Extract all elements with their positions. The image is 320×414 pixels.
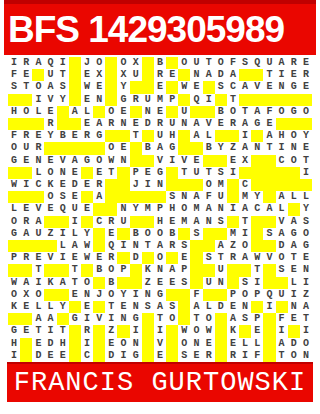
grid-cell-blank (44, 240, 56, 252)
grid-cell-blank (57, 264, 69, 276)
grid-cell-letter: J (93, 289, 105, 301)
grid-cell-letter: E (300, 57, 312, 69)
grid-cell-letter: Q (105, 240, 117, 252)
grid-cell-blank (190, 264, 202, 276)
grid-cell-blank (8, 167, 20, 179)
grid-cell-letter: E (288, 313, 300, 325)
grid-cell-letter: W (178, 325, 190, 337)
grid-cell-blank (142, 325, 154, 337)
grid-cell-letter: I (288, 289, 300, 301)
grid-cell-letter: U (203, 277, 215, 289)
grid-cell-blank (130, 277, 142, 289)
grid-cell-letter: A (239, 118, 251, 130)
grid-cell-letter: W (81, 81, 93, 93)
grid-cell-letter: O (44, 191, 56, 203)
grid-cell-letter: E (142, 167, 154, 179)
grid-cell-letter: T (130, 130, 142, 142)
grid-cell-letter: E (300, 142, 312, 154)
grid-cell-letter: N (251, 142, 263, 154)
grid-cell-letter: A (276, 228, 288, 240)
grid-cell-letter: N (57, 167, 69, 179)
author-name: FRANCIS GURTOWSKI (14, 370, 306, 397)
grid-cell-letter: R (227, 252, 239, 264)
grid-cell-letter: Y (300, 203, 312, 215)
grid-cell-letter: V (32, 203, 44, 215)
grid-cell-blank (263, 167, 275, 179)
grid-cell-blank (178, 289, 190, 301)
grid-cell-letter: Y (130, 203, 142, 215)
grid-cell-letter: O (93, 155, 105, 167)
grid-cell-letter: I (300, 167, 312, 179)
grid-cell-letter: E (105, 338, 117, 350)
grid-cell-blank (215, 130, 227, 142)
grid-cell-letter: L (32, 167, 44, 179)
grid-cell-blank (93, 277, 105, 289)
grid-cell-letter: R (203, 350, 215, 362)
grid-cell-letter: E (227, 338, 239, 350)
grid-cell-letter: R (32, 142, 44, 154)
grid-cell-letter: E (20, 69, 32, 81)
grid-cell-blank (227, 130, 239, 142)
grid-cell-letter: R (288, 57, 300, 69)
grid-cell-letter: E (32, 130, 44, 142)
grid-cell-letter: R (81, 325, 93, 337)
grid-cell-letter: U (32, 228, 44, 240)
grid-cell-blank (20, 338, 32, 350)
grid-cell-letter: I (117, 350, 129, 362)
grid-cell-letter: Y (57, 301, 69, 313)
grid-cell-letter: D (69, 179, 81, 191)
grid-cell-letter: I (130, 325, 142, 337)
grid-cell-blank (251, 228, 263, 240)
grid-cell-letter: D (44, 338, 56, 350)
grid-cell-letter: E (32, 338, 44, 350)
grid-cell-letter: O (203, 313, 215, 325)
grid-cell-letter: Z (44, 228, 56, 240)
grid-cell-letter: S (300, 216, 312, 228)
grid-cell-blank (166, 167, 178, 179)
grid-cell-letter: P (154, 203, 166, 215)
grid-cell-letter: T (178, 167, 190, 179)
grid-cell-letter: A (203, 203, 215, 215)
grid-cell-blank (166, 179, 178, 191)
grid-cell-letter: O (276, 252, 288, 264)
grid-cell-letter: O (300, 228, 312, 240)
grid-cell-letter: N (130, 338, 142, 350)
grid-cell-letter: O (215, 57, 227, 69)
grid-cell-blank (20, 167, 32, 179)
grid-cell-letter: E (263, 81, 275, 93)
grid-cell-letter: E (203, 338, 215, 350)
grid-cell-letter: C (251, 203, 263, 215)
grid-cell-blank (263, 325, 275, 337)
grid-cell-blank (190, 277, 202, 289)
grid-cell-letter: G (251, 118, 263, 130)
grid-cell-blank (20, 240, 32, 252)
grid-cell-letter: A (263, 130, 275, 142)
grid-cell-letter: E (300, 252, 312, 264)
grid-cell-letter: L (8, 203, 20, 215)
grid-cell-letter: F (263, 106, 275, 118)
grid-cell-letter: E (69, 167, 81, 179)
grid-cell-letter: E (166, 69, 178, 81)
grid-cell-letter: D (32, 350, 44, 362)
grid-cell-letter: C (81, 350, 93, 362)
grid-cell-letter: I (276, 69, 288, 81)
grid-cell-blank (203, 228, 215, 240)
grid-cell-letter: G (8, 325, 20, 337)
grid-cell-blank (93, 338, 105, 350)
grid-cell-letter: T (300, 155, 312, 167)
grid-cell-blank (215, 289, 227, 301)
grid-cell-letter: Y (215, 142, 227, 154)
grid-cell-blank (130, 106, 142, 118)
grid-cell-letter: N (117, 155, 129, 167)
grid-cell-letter: L (239, 338, 251, 350)
grid-cell-letter: A (227, 313, 239, 325)
grid-cell-letter: E (81, 94, 93, 106)
grid-cell-letter: A (154, 142, 166, 154)
grid-cell-letter: O (203, 179, 215, 191)
grid-cell-letter: N (288, 301, 300, 313)
grid-cell-letter: N (190, 69, 202, 81)
grid-cell-letter: L (57, 240, 69, 252)
grid-cell-blank (32, 191, 44, 203)
grid-cell-letter: O (81, 277, 93, 289)
grid-cell-letter: T (57, 325, 69, 337)
grid-cell-letter: I (239, 130, 251, 142)
grid-cell-letter: W (203, 325, 215, 337)
grid-cell-blank (251, 167, 263, 179)
grid-cell-blank (178, 313, 190, 325)
grid-cell-letter: T (203, 167, 215, 179)
grid-cell-letter: L (251, 338, 263, 350)
grid-cell-letter: T (203, 57, 215, 69)
grid-cell-letter: G (288, 81, 300, 93)
grid-cell-letter: N (190, 338, 202, 350)
grid-cell-letter: Z (300, 289, 312, 301)
grid-cell-blank (239, 325, 251, 337)
grid-cell-blank (263, 216, 275, 228)
grid-cell-letter: Y (300, 130, 312, 142)
grid-cell-letter: O (8, 289, 20, 301)
grid-cell-letter: U (166, 118, 178, 130)
grid-cell-letter: O (32, 289, 44, 301)
grid-cell-letter: H (276, 130, 288, 142)
grid-cell-letter: E (20, 155, 32, 167)
grid-cell-letter: E (227, 301, 239, 313)
grid-cell-letter: N (178, 118, 190, 130)
grid-cell-letter: S (190, 228, 202, 240)
grid-cell-letter: L (81, 106, 93, 118)
grid-cell-blank (178, 301, 190, 313)
grid-cell-letter: I (263, 301, 275, 313)
grid-cell-letter: L (69, 228, 81, 240)
grid-cell-letter: R (227, 350, 239, 362)
grid-cell-letter: T (276, 350, 288, 362)
grid-cell-letter: E (154, 81, 166, 93)
grid-cell-letter: Y (81, 228, 93, 240)
grid-cell-letter: Y (44, 130, 56, 142)
grid-cell-blank (57, 313, 69, 325)
grid-cell-blank (263, 179, 275, 191)
grid-cell-blank (251, 94, 263, 106)
grid-cell-blank (105, 130, 117, 142)
grid-cell-blank (142, 313, 154, 325)
grid-cell-letter: A (154, 240, 166, 252)
grid-cell-letter: V (251, 81, 263, 93)
grid-cell-letter: A (239, 252, 251, 264)
grid-cell-blank (117, 228, 129, 240)
grid-cell-letter: G (8, 155, 20, 167)
grid-cell-letter: G (8, 228, 20, 240)
grid-cell-letter: B (203, 142, 215, 154)
grid-cell-blank (263, 94, 275, 106)
grid-cell-letter: T (69, 264, 81, 276)
grid-cell-letter: X (20, 289, 32, 301)
grid-cell-letter: E (44, 155, 56, 167)
grid-cell-letter: A (32, 313, 44, 325)
grid-cell-letter: A (44, 313, 56, 325)
grid-cell-letter: O (20, 106, 32, 118)
grid-cell-letter: O (190, 325, 202, 337)
grid-cell-letter: E (190, 155, 202, 167)
grid-cell-letter: A (300, 301, 312, 313)
grid-cell-letter: N (203, 216, 215, 228)
grid-cell-blank (203, 106, 215, 118)
grid-cell-blank (69, 142, 81, 154)
grid-cell-blank (32, 118, 44, 130)
grid-cell-letter: V (203, 118, 215, 130)
grid-cell-letter: N (117, 203, 129, 215)
grid-cell-letter: L (203, 301, 215, 313)
grid-cell-letter: E (20, 203, 32, 215)
grid-cell-letter: O (105, 264, 117, 276)
grid-cell-blank (142, 81, 154, 93)
grid-cell-letter: E (81, 301, 93, 313)
grid-cell-letter: M (142, 203, 154, 215)
grid-cell-letter: E (57, 179, 69, 191)
grid-cell-blank (203, 289, 215, 301)
grid-cell-blank (215, 155, 227, 167)
grid-cell-blank (57, 289, 69, 301)
grid-cell-blank (263, 264, 275, 276)
grid-cell-letter: G (300, 240, 312, 252)
grid-cell-blank (8, 240, 20, 252)
grid-cell-letter: H (57, 338, 69, 350)
grid-cell-blank (93, 228, 105, 240)
grid-cell-letter: F (8, 130, 20, 142)
grid-cell-blank (190, 240, 202, 252)
grid-cell-letter: A (20, 277, 32, 289)
grid-cell-letter: D (130, 252, 142, 264)
grid-cell-letter: E (69, 252, 81, 264)
grid-cell-letter: Z (105, 325, 117, 337)
grid-cell-letter: C (93, 216, 105, 228)
page-title: BFS 1429305989 (4, 11, 284, 48)
grid-cell-letter: N (154, 179, 166, 191)
grid-cell-letter: E (93, 252, 105, 264)
grid-cell-letter: I (117, 240, 129, 252)
grid-cell-letter: P (251, 313, 263, 325)
grid-cell-letter: E (81, 118, 93, 130)
grid-cell-letter: X (130, 57, 142, 69)
grid-cell-letter: K (227, 325, 239, 337)
grid-cell-letter: U (190, 167, 202, 179)
grid-cell-blank (117, 130, 129, 142)
grid-cell-blank (93, 240, 105, 252)
grid-cell-letter: N (300, 350, 312, 362)
title-banner: BFS 1429305989 (4, 0, 316, 55)
grid-cell-letter: B (57, 130, 69, 142)
grid-cell-letter: V (178, 155, 190, 167)
grid-cell-blank (178, 94, 190, 106)
grid-cell-blank (227, 277, 239, 289)
grid-cell-letter: A (190, 191, 202, 203)
grid-cell-letter: G (130, 313, 142, 325)
puzzle-grid: IRAQIJOOXBOUTOFSQUAREFEUTEXXURENADATIERS… (8, 57, 312, 362)
grid-cell-letter: E (154, 106, 166, 118)
grid-cell-letter: I (142, 179, 154, 191)
grid-cell-letter: Z (227, 240, 239, 252)
grid-cell-letter: L (300, 191, 312, 203)
grid-cell-letter: P (227, 289, 239, 301)
grid-cell-letter: A (276, 338, 288, 350)
grid-cell-blank (288, 325, 300, 337)
grid-cell-letter: E (105, 228, 117, 240)
grid-cell-letter: K (44, 277, 56, 289)
grid-cell-blank (263, 338, 275, 350)
grid-cell-letter: E (117, 106, 129, 118)
grid-cell-letter: I (203, 94, 215, 106)
grid-cell-blank (288, 118, 300, 130)
grid-cell-blank (20, 313, 32, 325)
grid-cell-letter: B (166, 228, 178, 240)
grid-cell-letter: A (227, 69, 239, 81)
grid-cell-letter: L (276, 203, 288, 215)
grid-cell-letter: Q (190, 94, 202, 106)
grid-cell-letter: S (57, 81, 69, 93)
grid-cell-letter: D (288, 338, 300, 350)
grid-cell-letter: T (69, 277, 81, 289)
grid-cell-blank (8, 313, 20, 325)
grid-cell-letter: P (8, 252, 20, 264)
grid-cell-blank (154, 191, 166, 203)
grid-cell-letter: R (20, 252, 32, 264)
grid-cell-blank (142, 155, 154, 167)
grid-cell-blank (105, 81, 117, 93)
grid-cell-letter: C (227, 81, 239, 93)
grid-cell-blank (142, 350, 154, 362)
grid-cell-letter: W (81, 252, 93, 264)
grid-cell-letter: E (130, 118, 142, 130)
grid-cell-blank (263, 191, 275, 203)
grid-cell-letter: R (93, 179, 105, 191)
grid-cell-letter: Q (251, 57, 263, 69)
grid-cell-letter: R (105, 216, 117, 228)
grid-cell-letter: E (117, 142, 129, 154)
grid-cell-blank (227, 264, 239, 276)
grid-cell-blank (81, 142, 93, 154)
grid-cell-letter: V (276, 216, 288, 228)
grid-cell-letter: S (166, 301, 178, 313)
grid-cell-letter: P (166, 94, 178, 106)
grid-cell-letter: T (251, 264, 263, 276)
grid-cell-letter: N (276, 81, 288, 93)
grid-cell-letter: R (81, 130, 93, 142)
grid-cell-letter: E (263, 118, 275, 130)
grid-cell-letter: E (154, 350, 166, 362)
grid-cell-letter: R (105, 118, 117, 130)
grid-cell-letter: P (178, 264, 190, 276)
author-banner: FRANCIS GURTOWSKI (7, 362, 313, 402)
grid-cell-blank (276, 179, 288, 191)
grid-cell-blank (142, 57, 154, 69)
grid-cell-letter: T (142, 240, 154, 252)
grid-cell-blank (32, 240, 44, 252)
grid-cell-letter: S (178, 350, 190, 362)
grid-cell-letter: A (190, 118, 202, 130)
grid-cell-letter: O (288, 350, 300, 362)
grid-cell-letter: I (276, 325, 288, 337)
grid-cell-letter: A (69, 240, 81, 252)
grid-cell-blank (44, 289, 56, 301)
grid-cell-letter: S (166, 191, 178, 203)
grid-cell-blank (300, 118, 312, 130)
grid-cell-letter: R (20, 216, 32, 228)
grid-cell-letter: E (57, 350, 69, 362)
grid-cell-blank (117, 179, 129, 191)
grid-cell-blank (57, 142, 69, 154)
grid-cell-letter: N (142, 289, 154, 301)
grid-cell-letter: C (32, 179, 44, 191)
grid-cell-letter: E (288, 264, 300, 276)
grid-cell-letter: G (81, 155, 93, 167)
grid-cell-blank (288, 94, 300, 106)
grid-cell-letter: B (142, 142, 154, 154)
grid-cell-letter: J (130, 179, 142, 191)
grid-cell-blank (93, 142, 105, 154)
grid-cell-letter: D (142, 118, 154, 130)
grid-cell-letter: I (81, 313, 93, 325)
grid-cell-letter: I (300, 325, 312, 337)
grid-cell-letter: I (44, 325, 56, 337)
grid-cell-blank (263, 313, 275, 325)
grid-cell-blank (32, 69, 44, 81)
grid-cell-blank (263, 277, 275, 289)
grid-cell-blank (130, 142, 142, 154)
grid-cell-letter: I (57, 228, 69, 240)
grid-cell-letter: P (117, 264, 129, 276)
grid-cell-letter: K (142, 264, 154, 276)
grid-cell-letter: O (154, 252, 166, 264)
grid-cell-blank (166, 350, 178, 362)
grid-cell-letter: T (300, 313, 312, 325)
grid-cell-letter: E (178, 252, 190, 264)
grid-cell-letter: A (190, 130, 202, 142)
grid-cell-letter: S (215, 81, 227, 93)
grid-cell-letter: R (20, 57, 32, 69)
grid-cell-letter: A (93, 118, 105, 130)
grid-cell-blank (178, 130, 190, 142)
grid-cell-letter: I (227, 167, 239, 179)
grid-cell-letter: I (32, 94, 44, 106)
grid-cell-letter: I (276, 142, 288, 154)
grid-cell-blank (93, 350, 105, 362)
grid-cell-letter: A (276, 57, 288, 69)
grid-cell-letter: I (130, 289, 142, 301)
grid-cell-blank (130, 216, 142, 228)
